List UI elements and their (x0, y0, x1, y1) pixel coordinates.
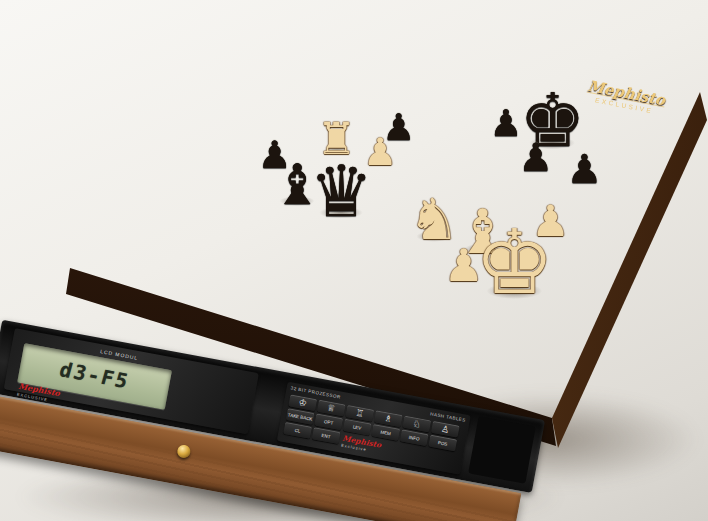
piece-black-pawn-g6[interactable]: ♟ (518, 139, 553, 178)
piece-white-king-h2[interactable]: ♚ (474, 219, 554, 308)
scene: LCD MODUL d3-F5 Mephisto EXCLUSIVE 32 BI… (0, 0, 708, 521)
piece-black-queen-d3[interactable]: ♛ (310, 156, 374, 227)
piece-black-pawn-h6[interactable]: ♟ (566, 149, 602, 189)
